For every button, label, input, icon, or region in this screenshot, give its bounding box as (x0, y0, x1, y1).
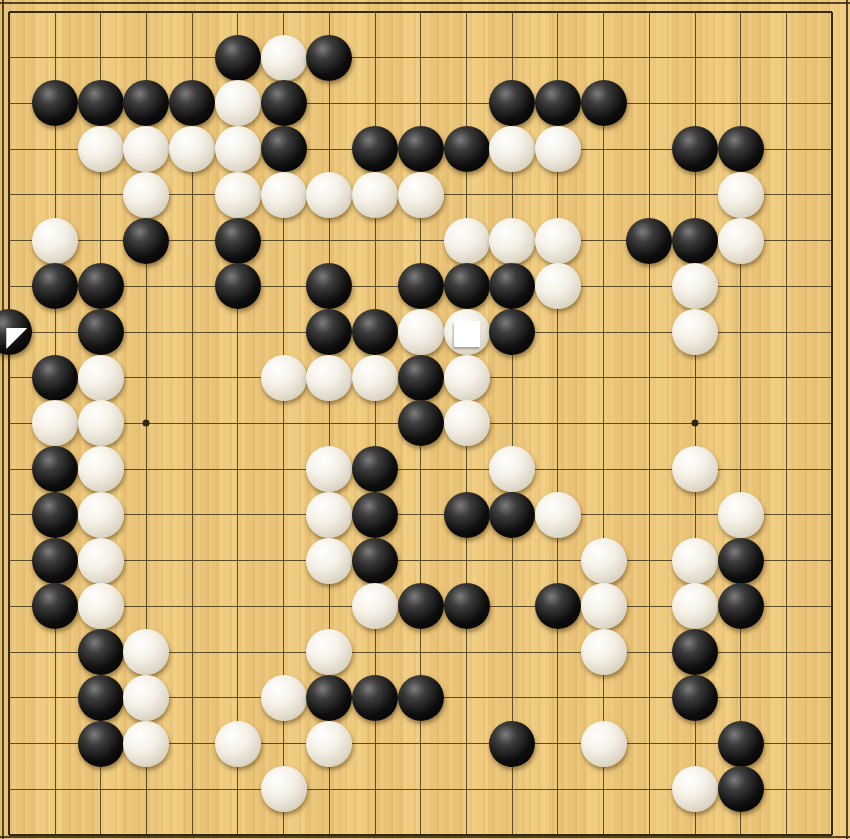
white-stone-13-7[interactable] (535, 263, 581, 309)
grid-line-horizontal (9, 514, 832, 515)
white-stone-6-5[interactable] (215, 172, 261, 218)
black-stone-16-4[interactable] (672, 126, 718, 172)
black-stone-8-16[interactable] (306, 675, 352, 721)
black-stone-17-4[interactable] (718, 126, 764, 172)
white-stone-2-10[interactable] (32, 400, 78, 446)
white-stone-16-11[interactable] (672, 446, 718, 492)
black-stone-9-13[interactable] (352, 538, 398, 584)
black-stone-12-7[interactable] (489, 263, 535, 309)
white-stone-3-12[interactable] (78, 492, 124, 538)
black-stone-2-12[interactable] (32, 492, 78, 538)
black-stone-3-17[interactable] (78, 721, 124, 767)
black-stone-16-6[interactable] (672, 218, 718, 264)
white-stone-14-14[interactable] (581, 583, 627, 629)
black-stone-6-2[interactable] (215, 35, 261, 81)
white-stone-9-14[interactable] (352, 583, 398, 629)
white-stone-16-8[interactable] (672, 309, 718, 355)
white-stone-4-15[interactable] (123, 629, 169, 675)
white-stone-13-4[interactable] (535, 126, 581, 172)
white-stone-3-14[interactable] (78, 583, 124, 629)
black-stone-9-8[interactable] (352, 309, 398, 355)
go-board[interactable] (0, 0, 850, 839)
black-stone-9-12[interactable] (352, 492, 398, 538)
white-stone-5-4[interactable] (169, 126, 215, 172)
white-stone-16-18[interactable] (672, 766, 718, 812)
white-stone-4-17[interactable] (123, 721, 169, 767)
black-stone-2-3[interactable] (32, 80, 78, 126)
black-stone-10-14[interactable] (398, 583, 444, 629)
white-stone-10-8[interactable] (398, 309, 444, 355)
grid-line-vertical (649, 12, 650, 835)
black-stone-11-4[interactable] (444, 126, 490, 172)
black-stone-12-12[interactable] (489, 492, 535, 538)
board-frame-left (2, 0, 4, 839)
black-stone-2-14[interactable] (32, 583, 78, 629)
black-stone-8-2[interactable] (306, 35, 352, 81)
black-stone-11-12[interactable] (444, 492, 490, 538)
white-stone-3-4[interactable] (78, 126, 124, 172)
black-stone-8-8[interactable] (306, 309, 352, 355)
black-stone-3-8[interactable] (78, 309, 124, 355)
white-stone-3-13[interactable] (78, 538, 124, 584)
white-stone-7-2[interactable] (261, 35, 307, 81)
black-stone-16-15[interactable] (672, 629, 718, 675)
black-stone-9-11[interactable] (352, 446, 398, 492)
star-point (143, 420, 150, 427)
black-stone-10-16[interactable] (398, 675, 444, 721)
black-stone-9-4[interactable] (352, 126, 398, 172)
black-stone-5-3[interactable] (169, 80, 215, 126)
white-stone-14-15[interactable] (581, 629, 627, 675)
black-stone-16-16[interactable] (672, 675, 718, 721)
black-stone-11-7[interactable] (444, 263, 490, 309)
white-stone-7-9[interactable] (261, 355, 307, 401)
black-stone-3-15[interactable] (78, 629, 124, 675)
board-frame-bottom (0, 836, 850, 838)
white-stone-11-6[interactable] (444, 218, 490, 264)
white-stone-12-6[interactable] (489, 218, 535, 264)
black-stone-7-3[interactable] (261, 80, 307, 126)
black-stone-6-7[interactable] (215, 263, 261, 309)
white-stone-8-12[interactable] (306, 492, 352, 538)
black-stone-17-17[interactable] (718, 721, 764, 767)
white-stone-6-3[interactable] (215, 80, 261, 126)
white-stone-13-12[interactable] (535, 492, 581, 538)
white-stone-8-17[interactable] (306, 721, 352, 767)
black-stone-4-6[interactable] (123, 218, 169, 264)
star-point (692, 420, 699, 427)
white-stone-3-9[interactable] (78, 355, 124, 401)
black-stone-12-17[interactable] (489, 721, 535, 767)
black-stone-10-7[interactable] (398, 263, 444, 309)
white-stone-8-11[interactable] (306, 446, 352, 492)
white-stone-7-5[interactable] (261, 172, 307, 218)
black-stone-2-7[interactable] (32, 263, 78, 309)
white-stone-10-5[interactable] (398, 172, 444, 218)
board-frame-top (0, 2, 850, 4)
black-stone-9-16[interactable] (352, 675, 398, 721)
black-stone-10-10[interactable] (398, 400, 444, 446)
white-stone-6-17[interactable] (215, 721, 261, 767)
white-stone-11-10[interactable] (444, 400, 490, 446)
white-stone-4-16[interactable] (123, 675, 169, 721)
white-stone-7-18[interactable] (261, 766, 307, 812)
black-stone-2-11[interactable] (32, 446, 78, 492)
white-stone-14-17[interactable] (581, 721, 627, 767)
black-stone-12-3[interactable] (489, 80, 535, 126)
white-stone-8-15[interactable] (306, 629, 352, 675)
black-stone-12-8[interactable] (489, 309, 535, 355)
grid-line-vertical (603, 12, 604, 835)
white-stone-2-6[interactable] (32, 218, 78, 264)
white-stone-8-5[interactable] (306, 172, 352, 218)
white-stone-4-5[interactable] (123, 172, 169, 218)
black-stone-17-13[interactable] (718, 538, 764, 584)
white-stone-16-7[interactable] (672, 263, 718, 309)
square-marker (454, 321, 480, 347)
black-stone-4-3[interactable] (123, 80, 169, 126)
white-stone-14-13[interactable] (581, 538, 627, 584)
white-stone-4-4[interactable] (123, 126, 169, 172)
black-stone-2-13[interactable] (32, 538, 78, 584)
black-stone-3-16[interactable] (78, 675, 124, 721)
grid-line-vertical (831, 12, 833, 835)
black-stone-15-6[interactable] (626, 218, 672, 264)
black-stone-3-7[interactable] (78, 263, 124, 309)
white-stone-13-6[interactable] (535, 218, 581, 264)
white-stone-11-9[interactable] (444, 355, 490, 401)
white-stone-17-12[interactable] (718, 492, 764, 538)
black-stone-14-3[interactable] (581, 80, 627, 126)
white-stone-9-9[interactable] (352, 355, 398, 401)
white-stone-8-13[interactable] (306, 538, 352, 584)
white-stone-3-11[interactable] (78, 446, 124, 492)
white-stone-9-5[interactable] (352, 172, 398, 218)
black-stone-3-3[interactable] (78, 80, 124, 126)
black-stone-17-14[interactable] (718, 583, 764, 629)
black-stone-6-6[interactable] (215, 218, 261, 264)
white-stone-16-14[interactable] (672, 583, 718, 629)
black-stone-8-7[interactable] (306, 263, 352, 309)
board-frame-right (846, 0, 848, 839)
white-stone-12-11[interactable] (489, 446, 535, 492)
grid-line-vertical (786, 12, 787, 835)
grid-line-horizontal (9, 834, 832, 836)
black-stone-10-4[interactable] (398, 126, 444, 172)
black-stone-7-4[interactable] (261, 126, 307, 172)
black-stone-2-9[interactable] (32, 355, 78, 401)
white-stone-3-10[interactable] (78, 400, 124, 446)
black-stone-13-3[interactable] (535, 80, 581, 126)
white-stone-12-4[interactable] (489, 126, 535, 172)
white-stone-17-6[interactable] (718, 218, 764, 264)
black-stone-13-14[interactable] (535, 583, 581, 629)
black-stone-10-9[interactable] (398, 355, 444, 401)
white-stone-17-5[interactable] (718, 172, 764, 218)
white-stone-6-4[interactable] (215, 126, 261, 172)
white-stone-8-9[interactable] (306, 355, 352, 401)
white-stone-16-13[interactable] (672, 538, 718, 584)
black-stone-17-18[interactable] (718, 766, 764, 812)
white-stone-7-16[interactable] (261, 675, 307, 721)
black-stone-11-14[interactable] (444, 583, 490, 629)
